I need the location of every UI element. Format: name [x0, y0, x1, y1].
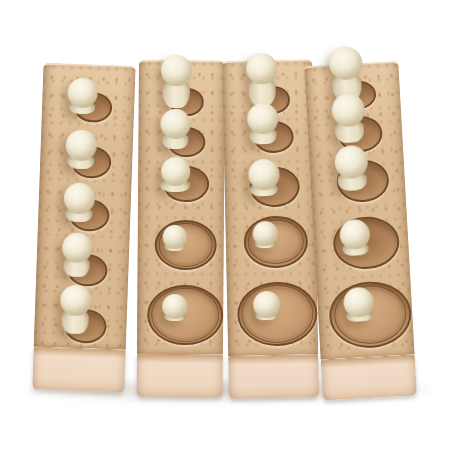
- cylinder-block-3: [222, 59, 319, 396]
- knobbed-cylinder[interactable]: [222, 61, 318, 356]
- block-front-face: [32, 346, 125, 392]
- block-front-face: [228, 354, 319, 399]
- cylinder-knob: [252, 291, 280, 319]
- cylinder-knob: [162, 294, 187, 319]
- knobbed-cylinder[interactable]: [34, 65, 136, 350]
- knobbed-cylinder[interactable]: [137, 62, 225, 355]
- block-top-face: [304, 61, 414, 360]
- block-top-face: [137, 60, 225, 355]
- block-front-face: [137, 354, 223, 398]
- product-photo-montessori-cylinder-blocks: [0, 0, 450, 450]
- block-front-face: [321, 354, 417, 400]
- block-top-face: [34, 63, 136, 350]
- cylinder-knob: [59, 284, 91, 316]
- block-top-face: [222, 59, 318, 356]
- cylinder-block-2: [137, 60, 225, 395]
- cylinder-block-1: [32, 63, 135, 390]
- knobbed-cylinder[interactable]: [304, 63, 414, 360]
- cylinder-block-4: [304, 61, 416, 398]
